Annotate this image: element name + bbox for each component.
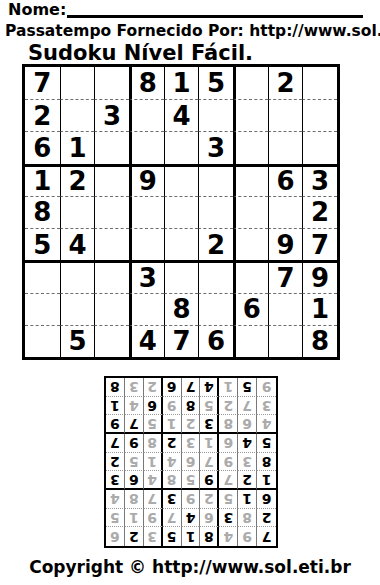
solution-cell-r5c2: 3 <box>238 453 257 472</box>
solution-cell-r2c4: 6 <box>200 509 219 528</box>
puzzle-cell-r6c8: 9 <box>268 228 303 260</box>
solution-cell-r3c3: 5 <box>219 490 238 509</box>
puzzle-cell-r3c5[interactable] <box>164 131 199 163</box>
puzzle-cell-r2c8[interactable] <box>268 99 303 131</box>
puzzle-cell-r6c6: 2 <box>198 228 233 260</box>
solution-cell-r3c7: 7 <box>144 490 163 509</box>
solution-cell-r7c3: 8 <box>219 415 238 434</box>
solution-cell-r7c8: 7 <box>125 415 144 434</box>
solution-cell-r6c5: 3 <box>182 434 201 453</box>
solution-cell-r4c1: 1 <box>257 471 276 490</box>
puzzle-cell-r2c7[interactable] <box>233 99 268 131</box>
solution-cell-r2c2: 8 <box>238 509 257 528</box>
puzzle-cell-r3c8[interactable] <box>268 131 303 163</box>
puzzle-cell-r2c9[interactable] <box>302 99 337 131</box>
solution-cell-r4c3: 7 <box>219 471 238 490</box>
puzzle-cell-r8c4[interactable] <box>129 293 164 325</box>
solution-cell-r6c4: 1 <box>200 434 219 453</box>
solution-cell-r1c5: 1 <box>182 527 201 546</box>
puzzle-cell-r4c7[interactable] <box>233 164 268 196</box>
puzzle-cell-r4c6[interactable] <box>198 164 233 196</box>
puzzle-cell-r9c7[interactable] <box>233 325 268 357</box>
solution-cell-r7c9: 9 <box>106 415 125 434</box>
solution-cell-r7c1: 4 <box>257 415 276 434</box>
puzzle-cell-r7c8: 7 <box>268 260 303 292</box>
solution-cell-r1c6: 5 <box>163 527 182 546</box>
solution-cell-r7c7: 5 <box>144 415 163 434</box>
solution-cell-r6c1: 5 <box>257 434 276 453</box>
puzzle-cell-r2c4[interactable] <box>129 99 164 131</box>
solution-cell-r5c3: 9 <box>219 453 238 472</box>
puzzle-cell-r1c8: 2 <box>268 67 303 99</box>
solution-cell-r3c4: 2 <box>200 490 219 509</box>
solution-cell-r3c2: 1 <box>238 490 257 509</box>
solution-cell-r5c9: 2 <box>106 453 125 472</box>
solution-cell-r8c9: 1 <box>106 397 125 416</box>
puzzle-cell-r1c3[interactable] <box>94 67 129 99</box>
puzzle-cell-r8c3[interactable] <box>94 293 129 325</box>
solution-cell-r8c4: 5 <box>200 397 219 416</box>
solution-cell-r5c6: 4 <box>163 453 182 472</box>
solution-cell-r1c2: 9 <box>238 527 257 546</box>
solution-cell-r2c6: 7 <box>163 509 182 528</box>
solution-cell-r9c6: 6 <box>163 378 182 397</box>
puzzle-cell-r6c4[interactable] <box>129 228 164 260</box>
puzzle-cell-r5c2[interactable] <box>60 196 95 228</box>
solution-cell-r1c3: 4 <box>219 527 238 546</box>
puzzle-cell-r9c4: 4 <box>129 325 164 357</box>
copyright-text: Copyright © http://www.sol.eti.br <box>0 557 380 577</box>
solution-cell-r7c2: 6 <box>238 415 257 434</box>
puzzle-cell-r5c6[interactable] <box>198 196 233 228</box>
solution-cell-r4c4: 9 <box>200 471 219 490</box>
puzzle-cell-r9c8[interactable] <box>268 325 303 357</box>
puzzle-cell-r1c4: 8 <box>129 67 164 99</box>
solution-cell-r6c7: 8 <box>144 434 163 453</box>
solution-cell-r2c9: 5 <box>106 509 125 528</box>
puzzle-cell-r9c5: 7 <box>164 325 199 357</box>
puzzle-cell-r4c5[interactable] <box>164 164 199 196</box>
solution-cell-r4c8: 6 <box>125 471 144 490</box>
solution-cell-r1c4: 8 <box>200 527 219 546</box>
puzzle-cell-r4c2: 2 <box>60 164 95 196</box>
puzzle-cell-r5c5[interactable] <box>164 196 199 228</box>
solution-cell-r4c5: 5 <box>182 471 201 490</box>
puzzle-cell-r5c3[interactable] <box>94 196 129 228</box>
puzzle-cell-r8c9: 1 <box>302 293 337 325</box>
puzzle-cell-r2c6[interactable] <box>198 99 233 131</box>
solution-cell-r8c8: 4 <box>125 397 144 416</box>
solution-cell-r9c7: 2 <box>144 378 163 397</box>
puzzle-cell-r1c5: 1 <box>164 67 199 99</box>
solution-cell-r1c7: 3 <box>144 527 163 546</box>
puzzle-grid: 7815223461312963825429737986154768 <box>22 64 340 360</box>
puzzle-cell-r5c1: 8 <box>25 196 60 228</box>
worksheet-page: { "game": "sudoku", "header": { "name_la… <box>0 0 380 585</box>
solution-cell-r5c1: 8 <box>257 453 276 472</box>
puzzle-cell-r8c2[interactable] <box>60 293 95 325</box>
puzzle-cell-r8c5: 8 <box>164 293 199 325</box>
solution-cell-r9c8: 3 <box>125 378 144 397</box>
solution-cell-r1c8: 2 <box>125 527 144 546</box>
puzzle-cell-r6c2: 4 <box>60 228 95 260</box>
solution-cell-r8c7: 6 <box>144 397 163 416</box>
puzzle-cell-r3c3[interactable] <box>94 131 129 163</box>
solution-cell-r5c7: 1 <box>144 453 163 472</box>
solution-cell-r9c5: 7 <box>182 378 201 397</box>
solution-cell-r4c2: 2 <box>238 471 257 490</box>
solution-cell-r5c5: 6 <box>182 453 201 472</box>
page-title: Sudoku Nível Fácil. <box>28 41 253 65</box>
solution-cell-r6c2: 4 <box>238 434 257 453</box>
solution-cell-r2c5: 4 <box>182 509 201 528</box>
puzzle-cell-r4c4: 9 <box>129 164 164 196</box>
puzzle-cell-r6c3[interactable] <box>94 228 129 260</box>
solution-cell-r4c7: 4 <box>144 471 163 490</box>
puzzle-cell-r2c3: 3 <box>94 99 129 131</box>
puzzle-cell-r1c7[interactable] <box>233 67 268 99</box>
puzzle-cell-r7c4: 3 <box>129 260 164 292</box>
solution-cell-r1c9: 6 <box>106 527 125 546</box>
puzzle-cell-r1c1: 7 <box>25 67 60 99</box>
puzzle-cell-r3c4[interactable] <box>129 131 164 163</box>
puzzle-cell-r4c9: 3 <box>302 164 337 196</box>
solution-cell-r8c3: 2 <box>219 397 238 416</box>
solution-cell-r8c2: 7 <box>238 397 257 416</box>
puzzle-cell-r7c2[interactable] <box>60 260 95 292</box>
solution-cell-r3c8: 8 <box>125 490 144 509</box>
puzzle-cell-r6c9: 7 <box>302 228 337 260</box>
solution-cell-r7c6: 1 <box>163 415 182 434</box>
puzzle-cell-r6c1: 5 <box>25 228 60 260</box>
solution-cell-r2c7: 9 <box>144 509 163 528</box>
puzzle-cell-r4c3[interactable] <box>94 164 129 196</box>
puzzle-cell-r6c5[interactable] <box>164 228 199 260</box>
solution-cell-r3c9: 4 <box>106 490 125 509</box>
solution-cell-r9c2: 5 <box>238 378 257 397</box>
puzzle-cell-r6c7[interactable] <box>233 228 268 260</box>
name-label: Nome: <box>8 1 66 19</box>
solution-cell-r2c8: 1 <box>125 509 144 528</box>
puzzle-cell-r2c2[interactable] <box>60 99 95 131</box>
solution-cell-r2c1: 2 <box>257 509 276 528</box>
name-row: Nome: <box>8 1 363 19</box>
puzzle-cell-r7c1[interactable] <box>25 260 60 292</box>
puzzle-cell-r8c8[interactable] <box>268 293 303 325</box>
name-blank-line[interactable] <box>67 15 363 18</box>
puzzle-cell-r7c7[interactable] <box>233 260 268 292</box>
solution-cell-r2c3: 3 <box>219 509 238 528</box>
solution-cell-r1c1: 7 <box>257 527 276 546</box>
solution-cell-r6c8: 9 <box>125 434 144 453</box>
solution-cell-r9c4: 4 <box>200 378 219 397</box>
puzzle-cell-r8c6[interactable] <box>198 293 233 325</box>
puzzle-cell-r8c1[interactable] <box>25 293 60 325</box>
solution-cell-r3c6: 3 <box>163 490 182 509</box>
puzzle-cell-r5c9: 2 <box>302 196 337 228</box>
puzzle-cell-r2c1: 2 <box>25 99 60 131</box>
puzzle-cell-r5c7[interactable] <box>233 196 268 228</box>
solution-cell-r8c1: 3 <box>257 397 276 416</box>
puzzle-cell-r9c3[interactable] <box>94 325 129 357</box>
puzzle-cell-r7c3[interactable] <box>94 260 129 292</box>
solution-cell-r6c9: 7 <box>106 434 125 453</box>
puzzle-cell-r1c9[interactable] <box>302 67 337 99</box>
puzzle-cell-r9c2: 5 <box>60 325 95 357</box>
puzzle-cell-r2c5: 4 <box>164 99 199 131</box>
puzzle-cell-r3c9[interactable] <box>302 131 337 163</box>
solution-cell-r7c4: 3 <box>200 415 219 434</box>
solution-cell-r4c9: 3 <box>106 471 125 490</box>
puzzle-cell-r1c6: 5 <box>198 67 233 99</box>
solution-cell-r9c9: 8 <box>106 378 125 397</box>
puzzle-cell-r3c1: 6 <box>25 131 60 163</box>
solution-cell-r7c5: 2 <box>182 415 201 434</box>
puzzle-cell-r7c6[interactable] <box>198 260 233 292</box>
solution-cell-r4c6: 8 <box>163 471 182 490</box>
puzzle-cell-r3c2: 1 <box>60 131 95 163</box>
solution-cell-r8c6: 9 <box>163 397 182 416</box>
puzzle-cell-r1c2[interactable] <box>60 67 95 99</box>
solution-cell-r6c6: 2 <box>163 434 182 453</box>
puzzle-cell-r3c7[interactable] <box>233 131 268 163</box>
solution-cell-r9c3: 1 <box>219 378 238 397</box>
solution-cell-r5c8: 5 <box>125 453 144 472</box>
puzzle-cell-r9c1[interactable] <box>25 325 60 357</box>
puzzle-cell-r4c8: 6 <box>268 164 303 196</box>
puzzle-cell-r8c7: 6 <box>233 293 268 325</box>
puzzle-cell-r7c9: 9 <box>302 260 337 292</box>
puzzle-cell-r7c5[interactable] <box>164 260 199 292</box>
solution-cell-r6c3: 6 <box>219 434 238 453</box>
solution-grid: 7948153262836479156152937841279584638397… <box>104 376 278 548</box>
provider-line: Passatempo Fornecido Por: http://www.sol… <box>5 22 380 40</box>
solution-cell-r3c5: 9 <box>182 490 201 509</box>
solution-cell-r9c1: 9 <box>257 378 276 397</box>
puzzle-cell-r5c8[interactable] <box>268 196 303 228</box>
puzzle-cell-r4c1: 1 <box>25 164 60 196</box>
puzzle-cell-r9c9: 8 <box>302 325 337 357</box>
solution-cell-r5c4: 7 <box>200 453 219 472</box>
solution-cell-r3c1: 6 <box>257 490 276 509</box>
puzzle-cell-r3c6: 3 <box>198 131 233 163</box>
puzzle-cell-r9c6: 6 <box>198 325 233 357</box>
puzzle-cell-r5c4[interactable] <box>129 196 164 228</box>
solution-cell-r8c5: 8 <box>182 397 201 416</box>
